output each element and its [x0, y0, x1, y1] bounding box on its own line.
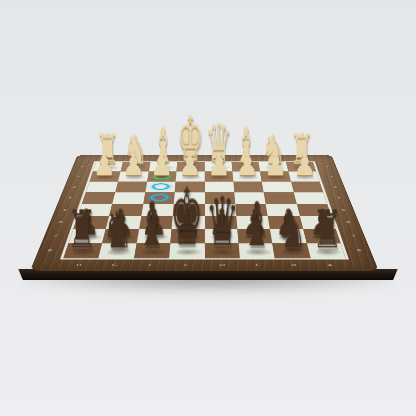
- rank-label-left-6: 6: [58, 221, 63, 224]
- file-label-h: H: [76, 263, 82, 267]
- rank-label-right-1: 1: [325, 166, 329, 168]
- rank-label-right-8: 8: [356, 249, 362, 252]
- rank-label-left-2: 2: [76, 175, 80, 177]
- rank-label-left-7: 7: [53, 234, 58, 237]
- rank-label-right-6: 6: [346, 221, 351, 224]
- square-c2[interactable]: ♟: [232, 172, 262, 182]
- rank-label-right-7: 7: [351, 234, 356, 237]
- board-grid: ♜♞♝♚♛♝♞♜♟♟♟♟♟♟♟♟♟♟♟♟♟♟♟♟♜♞♝♚♛♝♞♜: [60, 161, 349, 259]
- square-d2[interactable]: ♟: [205, 172, 234, 182]
- square-b2[interactable]: ♟: [260, 172, 290, 182]
- piece-black-bishop-c8[interactable]: ♝: [242, 195, 272, 255]
- square-a8[interactable]: ♜: [306, 243, 345, 258]
- file-label-g: G: [112, 263, 118, 267]
- rank-label-left-1: 1: [80, 166, 84, 168]
- board-top-surface: ♜♞♝♚♛♝♞♜♟♟♟♟♟♟♟♟♟♟♟♟♟♟♟♟♜♞♝♚♛♝♞♜ HGFEDCB…: [30, 155, 379, 271]
- file-label-e: E: [184, 263, 189, 267]
- square-a3[interactable]: [291, 182, 323, 193]
- piece-white-pawn-d2[interactable]: ♟: [207, 149, 230, 179]
- square-g2[interactable]: ♟: [118, 172, 148, 182]
- rank-label-left-8: 8: [47, 249, 53, 252]
- square-b8[interactable]: ♞: [272, 243, 310, 258]
- piece-black-rook-a8[interactable]: ♜: [312, 203, 342, 255]
- square-d8[interactable]: ♛: [205, 243, 240, 258]
- background: ♜♞♝♚♛♝♞♜♟♟♟♟♟♟♟♟♟♟♟♟♟♟♟♟♜♞♝♚♛♝♞♜ HGFEDCB…: [0, 0, 416, 416]
- file-label-d: D: [220, 263, 225, 267]
- square-g8[interactable]: ♞: [99, 243, 137, 258]
- piece-black-queen-d8[interactable]: ♛: [205, 188, 239, 255]
- piece-black-knight-g8[interactable]: ♞: [101, 204, 132, 255]
- square-e8[interactable]: ♚: [169, 243, 204, 258]
- rank-label-right-3: 3: [333, 186, 337, 188]
- piece-white-pawn-g2[interactable]: ♟: [122, 149, 145, 179]
- piece-white-pawn-h2[interactable]: ♟: [93, 149, 116, 179]
- piece-white-pawn-b2[interactable]: ♟: [265, 149, 288, 179]
- square-h3[interactable]: [86, 182, 118, 193]
- file-label-c: C: [256, 263, 261, 267]
- piece-black-rook-h8[interactable]: ♜: [67, 203, 97, 255]
- rank-label-left-3: 3: [72, 186, 76, 188]
- chessboard: ♜♞♝♚♛♝♞♜♟♟♟♟♟♟♟♟♟♟♟♟♟♟♟♟♜♞♝♚♛♝♞♜ HGFEDCB…: [30, 155, 379, 271]
- file-label-a: A: [327, 263, 333, 267]
- file-label-b: B: [291, 263, 297, 267]
- piece-black-knight-b8[interactable]: ♞: [277, 204, 308, 255]
- square-h8[interactable]: ♜: [63, 243, 102, 258]
- piece-black-bishop-f8[interactable]: ♝: [137, 195, 167, 255]
- piece-white-pawn-c2[interactable]: ♟: [236, 149, 259, 179]
- piece-black-king-e8[interactable]: ♚: [170, 176, 203, 255]
- rank-label-right-2: 2: [329, 175, 333, 177]
- square-a2[interactable]: ♟: [288, 172, 319, 182]
- square-c8[interactable]: ♝: [238, 243, 275, 258]
- piece-white-pawn-a2[interactable]: ♟: [293, 149, 316, 179]
- square-f8[interactable]: ♝: [134, 243, 171, 258]
- rank-label-right-5: 5: [341, 208, 346, 211]
- square-h2[interactable]: ♟: [89, 172, 120, 182]
- file-label-f: F: [148, 263, 152, 267]
- rank-label-right-4: 4: [337, 197, 342, 200]
